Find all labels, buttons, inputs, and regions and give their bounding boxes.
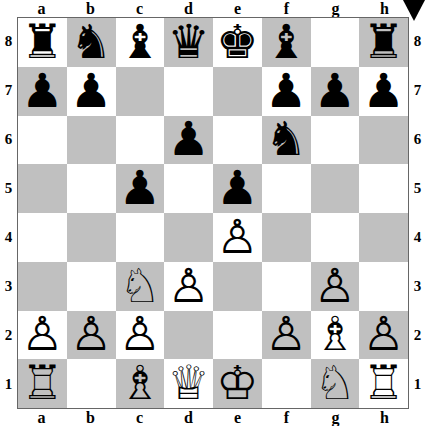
piece-black-pawn: ♟: [363, 67, 405, 114]
piece-white-rook: ♖: [363, 359, 405, 406]
file-label-d: d: [164, 0, 213, 17]
square-a7[interactable]: ♟: [18, 67, 67, 116]
piece-white-pawn: ♙: [314, 262, 356, 309]
square-c7[interactable]: [116, 67, 165, 116]
piece-white-pawn: ♙: [265, 311, 307, 358]
square-b4[interactable]: [67, 213, 116, 262]
square-g5[interactable]: [311, 164, 360, 213]
square-e1[interactable]: ♔: [213, 359, 262, 408]
square-c5[interactable]: ♟: [116, 164, 165, 213]
file-label-e: e: [213, 409, 262, 426]
square-h2[interactable]: ♙: [359, 311, 408, 360]
square-f6[interactable]: ♞: [262, 116, 311, 165]
square-a6[interactable]: [18, 116, 67, 165]
rank-label-2: 2: [0, 311, 17, 360]
piece-white-knight: ♘: [119, 262, 161, 309]
piece-black-pawn: ♟: [119, 164, 161, 211]
square-d6[interactable]: ♟: [164, 116, 213, 165]
file-label-f: f: [262, 0, 311, 17]
rank-labels-left: 87654321: [0, 17, 17, 409]
piece-black-pawn: ♟: [216, 164, 258, 211]
piece-black-pawn: ♟: [168, 116, 210, 163]
square-e8[interactable]: ♚: [213, 18, 262, 67]
file-label-a: a: [17, 0, 66, 17]
square-c2[interactable]: ♙: [116, 311, 165, 360]
file-label-b: b: [66, 0, 115, 17]
square-e2[interactable]: [213, 311, 262, 360]
square-b1[interactable]: [67, 359, 116, 408]
piece-white-pawn: ♙: [168, 262, 210, 309]
square-h7[interactable]: ♟: [359, 67, 408, 116]
square-a4[interactable]: [18, 213, 67, 262]
square-f1[interactable]: [262, 359, 311, 408]
square-d8[interactable]: ♛: [164, 18, 213, 67]
chess-diagram: abcdefgh 87654321 ♜♞♝♛♚♝♜♟♟♟♟♟♟♞♟♟♙♘♙♙♙♙…: [0, 0, 426, 426]
piece-black-queen: ♛: [168, 18, 210, 65]
file-label-c: c: [115, 409, 164, 426]
piece-white-pawn: ♙: [70, 311, 112, 358]
rank-label-8: 8: [0, 17, 17, 66]
piece-white-pawn: ♙: [216, 213, 258, 260]
square-h1[interactable]: ♖: [359, 359, 408, 408]
piece-black-king: ♚: [216, 18, 258, 65]
square-b7[interactable]: ♟: [67, 67, 116, 116]
rank-label-7: 7: [0, 66, 17, 115]
rank-labels-right: 87654321: [409, 17, 426, 409]
square-b6[interactable]: [67, 116, 116, 165]
square-f5[interactable]: [262, 164, 311, 213]
square-h5[interactable]: [359, 164, 408, 213]
rank-label-7: 7: [409, 66, 426, 115]
file-label-f: f: [262, 409, 311, 426]
piece-black-knight: ♞: [265, 116, 307, 163]
square-c1[interactable]: ♗: [116, 359, 165, 408]
piece-black-pawn: ♟: [21, 67, 63, 114]
square-e5[interactable]: ♟: [213, 164, 262, 213]
square-d5[interactable]: [164, 164, 213, 213]
square-b2[interactable]: ♙: [67, 311, 116, 360]
square-a2[interactable]: ♙: [18, 311, 67, 360]
square-g4[interactable]: [311, 213, 360, 262]
piece-black-pawn: ♟: [265, 67, 307, 114]
square-d2[interactable]: [164, 311, 213, 360]
square-a8[interactable]: ♜: [18, 18, 67, 67]
square-h8[interactable]: ♜: [359, 18, 408, 67]
piece-white-pawn: ♙: [119, 311, 161, 358]
square-g6[interactable]: [311, 116, 360, 165]
piece-white-pawn: ♙: [363, 311, 405, 358]
piece-black-pawn: ♟: [70, 67, 112, 114]
piece-black-bishop: ♝: [119, 18, 161, 65]
square-g3[interactable]: ♙: [311, 262, 360, 311]
file-label-e: e: [213, 0, 262, 17]
piece-white-queen: ♕: [168, 359, 210, 406]
corner-bottom-right: [409, 409, 426, 426]
square-g8[interactable]: [311, 18, 360, 67]
file-labels-top: abcdefgh: [17, 0, 409, 17]
file-label-g: g: [311, 0, 360, 17]
square-c8[interactable]: ♝: [116, 18, 165, 67]
square-e7[interactable]: [213, 67, 262, 116]
square-g7[interactable]: ♟: [311, 67, 360, 116]
rank-label-1: 1: [0, 360, 17, 409]
rank-label-3: 3: [0, 262, 17, 311]
square-b3[interactable]: [67, 262, 116, 311]
rank-label-8: 8: [409, 17, 426, 66]
square-e3[interactable]: [213, 262, 262, 311]
square-d7[interactable]: [164, 67, 213, 116]
piece-white-bishop: ♗: [314, 311, 356, 358]
piece-white-rook: ♖: [21, 359, 63, 406]
rank-label-5: 5: [409, 164, 426, 213]
square-d4[interactable]: [164, 213, 213, 262]
square-e6[interactable]: [213, 116, 262, 165]
square-g2[interactable]: ♗: [311, 311, 360, 360]
piece-black-pawn: ♟: [314, 67, 356, 114]
square-d3[interactable]: ♙: [164, 262, 213, 311]
square-b5[interactable]: [67, 164, 116, 213]
square-f3[interactable]: [262, 262, 311, 311]
file-label-a: a: [17, 409, 66, 426]
square-f8[interactable]: ♝: [262, 18, 311, 67]
square-h6[interactable]: [359, 116, 408, 165]
square-a5[interactable]: [18, 164, 67, 213]
corner-top-left: [0, 0, 17, 17]
square-f2[interactable]: ♙: [262, 311, 311, 360]
square-f4[interactable]: [262, 213, 311, 262]
square-c3[interactable]: ♘: [116, 262, 165, 311]
piece-white-bishop: ♗: [119, 359, 161, 406]
file-label-d: d: [164, 409, 213, 426]
square-e4[interactable]: ♙: [213, 213, 262, 262]
square-g1[interactable]: ♘: [311, 359, 360, 408]
rank-label-2: 2: [409, 311, 426, 360]
square-b8[interactable]: ♞: [67, 18, 116, 67]
file-labels-bottom: abcdefgh: [17, 409, 409, 426]
piece-black-rook: ♜: [21, 18, 63, 65]
rank-label-5: 5: [0, 164, 17, 213]
square-a1[interactable]: ♖: [18, 359, 67, 408]
chess-board: ♜♞♝♛♚♝♜♟♟♟♟♟♟♞♟♟♙♘♙♙♙♙♙♙♗♙♖♗♕♔♘♖: [17, 17, 409, 409]
file-label-g: g: [311, 409, 360, 426]
rank-label-6: 6: [0, 115, 17, 164]
piece-black-bishop: ♝: [265, 18, 307, 65]
piece-white-pawn: ♙: [21, 311, 63, 358]
square-c6[interactable]: [116, 116, 165, 165]
square-d1[interactable]: ♕: [164, 359, 213, 408]
piece-white-king: ♔: [216, 359, 258, 406]
file-label-h: h: [360, 0, 409, 17]
file-label-b: b: [66, 409, 115, 426]
file-label-h: h: [360, 409, 409, 426]
square-c4[interactable]: [116, 213, 165, 262]
rank-label-4: 4: [0, 213, 17, 262]
square-h3[interactable]: [359, 262, 408, 311]
rank-label-4: 4: [409, 213, 426, 262]
rank-label-3: 3: [409, 262, 426, 311]
piece-black-rook: ♜: [363, 18, 405, 65]
corner-bottom-left: [0, 409, 17, 426]
piece-white-knight: ♘: [314, 359, 356, 406]
square-h4[interactable]: [359, 213, 408, 262]
square-f7[interactable]: ♟: [262, 67, 311, 116]
file-label-c: c: [115, 0, 164, 17]
square-a3[interactable]: [18, 262, 67, 311]
piece-black-knight: ♞: [70, 18, 112, 65]
rank-label-6: 6: [409, 115, 426, 164]
black-to-move-indicator-icon: [403, 0, 425, 21]
rank-label-1: 1: [409, 360, 426, 409]
